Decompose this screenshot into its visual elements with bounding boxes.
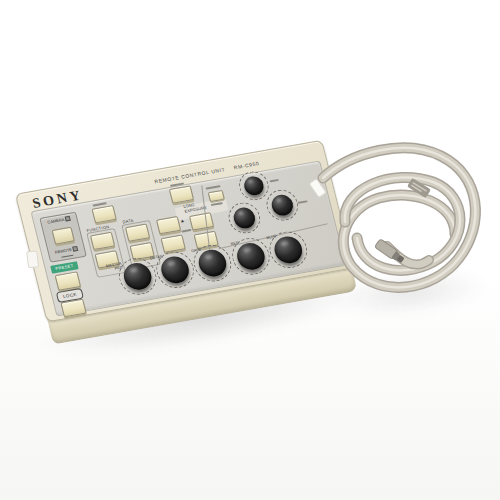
adjust-knob (242, 175, 265, 197)
adjust-knob (232, 206, 258, 230)
detail-knob (158, 254, 191, 285)
lock-button (60, 299, 86, 318)
model-number: RM-C950 (233, 160, 260, 170)
selector-underline (61, 255, 73, 258)
remote-label: REMOTE (48, 244, 84, 255)
master-ped-knob (121, 261, 154, 292)
remote-indicator-window (72, 246, 78, 252)
photo-stage: SONY REMOTE CONTROL UNITRM-C950 CAMERA R… (0, 0, 500, 500)
coiled-cable (283, 126, 497, 340)
shift-arrow-icon: ▲ (179, 217, 185, 224)
gain-knob (196, 248, 229, 279)
worn-edge (26, 251, 39, 268)
camera-remote-button (52, 227, 75, 245)
camera-indicator-window (65, 216, 71, 222)
red-knob (234, 241, 267, 272)
camera-label: CAMERA (41, 215, 77, 226)
